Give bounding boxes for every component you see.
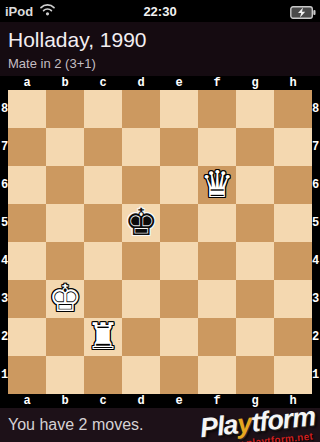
- square-g1[interactable]: [236, 356, 274, 394]
- square-e8[interactable]: [160, 90, 198, 128]
- puzzle-stipulation: Mate in 2 (3+1): [8, 55, 320, 73]
- square-h4[interactable]: [274, 242, 312, 280]
- coordinate-label-c: c: [84, 394, 122, 408]
- rank-labels-right: 87654321: [311, 90, 320, 394]
- square-e2[interactable]: [160, 318, 198, 356]
- coordinate-label-d: d: [122, 76, 160, 90]
- coordinate-label-3: 3: [311, 280, 320, 318]
- square-b6[interactable]: [46, 166, 84, 204]
- square-g7[interactable]: [236, 128, 274, 166]
- square-c1[interactable]: [84, 356, 122, 394]
- coordinate-label-5: 5: [311, 204, 320, 242]
- square-f2[interactable]: [198, 318, 236, 356]
- square-a4[interactable]: [8, 242, 46, 280]
- square-h8[interactable]: [274, 90, 312, 128]
- square-a3[interactable]: [8, 280, 46, 318]
- square-c2[interactable]: ♜: [84, 318, 122, 356]
- square-b2[interactable]: [46, 318, 84, 356]
- square-h6[interactable]: [274, 166, 312, 204]
- coordinate-label-f: f: [198, 76, 236, 90]
- square-a2[interactable]: [8, 318, 46, 356]
- header: Holladay, 1990 Mate in 2 (3+1): [0, 22, 320, 76]
- square-h5[interactable]: [274, 204, 312, 242]
- square-e5[interactable]: [160, 204, 198, 242]
- square-f7[interactable]: [198, 128, 236, 166]
- square-b8[interactable]: [46, 90, 84, 128]
- square-b4[interactable]: [46, 242, 84, 280]
- square-c4[interactable]: [84, 242, 122, 280]
- square-d8[interactable]: [122, 90, 160, 128]
- square-d6[interactable]: [122, 166, 160, 204]
- white-king-b3[interactable]: ♚: [48, 280, 81, 317]
- square-h2[interactable]: [274, 318, 312, 356]
- coordinate-label-a: a: [8, 76, 46, 90]
- square-c7[interactable]: [84, 128, 122, 166]
- white-queen-f6[interactable]: ♛: [200, 166, 233, 203]
- coordinate-label-e: e: [160, 76, 198, 90]
- square-g2[interactable]: [236, 318, 274, 356]
- square-e6[interactable]: [160, 166, 198, 204]
- carrier-label: iPod: [5, 4, 33, 19]
- status-bar: iPod 22:30: [0, 0, 320, 22]
- square-h1[interactable]: [274, 356, 312, 394]
- square-h7[interactable]: [274, 128, 312, 166]
- square-g5[interactable]: [236, 204, 274, 242]
- square-a6[interactable]: [8, 166, 46, 204]
- square-b1[interactable]: [46, 356, 84, 394]
- square-e4[interactable]: [160, 242, 198, 280]
- battery-charging-icon: [290, 5, 316, 23]
- square-h3[interactable]: [274, 280, 312, 318]
- app-screen: iPod 22:30 Holladay, 1990 Mate in 2 (3+1…: [0, 0, 320, 442]
- square-g8[interactable]: [236, 90, 274, 128]
- square-b5[interactable]: [46, 204, 84, 242]
- square-f3[interactable]: [198, 280, 236, 318]
- square-f6[interactable]: ♛: [198, 166, 236, 204]
- black-king-d5[interactable]: ♚: [124, 204, 157, 241]
- square-a7[interactable]: [8, 128, 46, 166]
- coordinate-label-7: 7: [311, 128, 320, 166]
- square-c6[interactable]: [84, 166, 122, 204]
- clock: 22:30: [143, 4, 176, 19]
- coordinate-label-f: f: [198, 394, 236, 408]
- square-d1[interactable]: [122, 356, 160, 394]
- wifi-icon: [39, 2, 56, 20]
- square-f4[interactable]: [198, 242, 236, 280]
- square-d4[interactable]: [122, 242, 160, 280]
- coordinate-label-d: d: [122, 394, 160, 408]
- white-rook-c2[interactable]: ♜: [86, 318, 119, 355]
- coordinate-label-e: e: [160, 394, 198, 408]
- coordinate-label-c: c: [84, 76, 122, 90]
- square-e1[interactable]: [160, 356, 198, 394]
- coordinate-label-b: b: [46, 76, 84, 90]
- square-c8[interactable]: [84, 90, 122, 128]
- file-labels-top: abcdefgh: [8, 76, 312, 90]
- square-b3[interactable]: ♚: [46, 280, 84, 318]
- square-c3[interactable]: [84, 280, 122, 318]
- coordinate-label-a: a: [8, 394, 46, 408]
- coordinate-label-4: 4: [311, 242, 320, 280]
- square-d5[interactable]: ♚: [122, 204, 160, 242]
- square-a8[interactable]: [8, 90, 46, 128]
- square-e3[interactable]: [160, 280, 198, 318]
- coordinate-label-h: h: [274, 76, 312, 90]
- square-e7[interactable]: [160, 128, 198, 166]
- square-d3[interactable]: [122, 280, 160, 318]
- square-g3[interactable]: [236, 280, 274, 318]
- square-f8[interactable]: [198, 90, 236, 128]
- board-area: abcdefgh 87654321 ♛♚♚♜ 87654321 abcdefgh: [0, 76, 320, 408]
- moves-remaining-message: You have 2 moves.: [8, 416, 144, 434]
- square-a5[interactable]: [8, 204, 46, 242]
- chess-board[interactable]: ♛♚♚♜: [8, 90, 312, 394]
- square-d2[interactable]: [122, 318, 160, 356]
- square-c5[interactable]: [84, 204, 122, 242]
- coordinate-label-6: 6: [311, 166, 320, 204]
- coordinate-label-2: 2: [311, 318, 320, 356]
- coordinate-label-8: 8: [311, 90, 320, 128]
- coordinate-label-1: 1: [311, 356, 320, 394]
- puzzle-title: Holladay, 1990: [8, 27, 320, 53]
- square-f5[interactable]: [198, 204, 236, 242]
- square-g4[interactable]: [236, 242, 274, 280]
- square-a1[interactable]: [8, 356, 46, 394]
- square-g6[interactable]: [236, 166, 274, 204]
- square-f1[interactable]: [198, 356, 236, 394]
- square-d7[interactable]: [122, 128, 160, 166]
- square-b7[interactable]: [46, 128, 84, 166]
- coordinate-label-b: b: [46, 394, 84, 408]
- coordinate-label-g: g: [236, 76, 274, 90]
